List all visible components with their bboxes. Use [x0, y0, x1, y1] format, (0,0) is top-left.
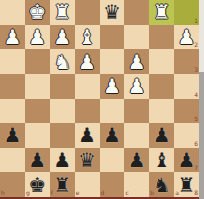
square-d1[interactable]: ♛	[100, 0, 125, 25]
square-g4[interactable]	[25, 74, 50, 99]
square-c4[interactable]: ♟	[124, 74, 149, 99]
square-g3[interactable]	[25, 49, 50, 74]
bottom-border-strip	[0, 197, 204, 199]
square-c6[interactable]	[124, 123, 149, 148]
square-d3[interactable]	[100, 49, 125, 74]
square-b8[interactable]: ♞b	[149, 172, 174, 197]
square-c1[interactable]	[124, 0, 149, 25]
square-b2[interactable]	[149, 25, 174, 50]
square-b3[interactable]	[149, 49, 174, 74]
rank-label-6: 6	[194, 141, 198, 147]
white-rook[interactable]: ♜	[50, 0, 75, 25]
white-pawn[interactable]: ♟	[100, 74, 125, 99]
square-d2[interactable]	[100, 25, 125, 50]
square-h3[interactable]	[0, 49, 25, 74]
white-knight[interactable]: ♞	[50, 49, 75, 74]
black-pawn[interactable]: ♟	[50, 148, 75, 173]
square-c2[interactable]	[124, 25, 149, 50]
black-rook[interactable]: ♜	[50, 172, 75, 197]
square-a3[interactable]: 3	[174, 49, 199, 74]
black-pawn[interactable]: ♟	[174, 148, 199, 173]
square-h5[interactable]	[0, 99, 25, 124]
square-e3[interactable]: ♟	[75, 49, 100, 74]
square-d6[interactable]: ♟	[100, 123, 125, 148]
square-h1[interactable]	[0, 0, 25, 25]
square-a6[interactable]: 6	[174, 123, 199, 148]
file-label-h: h	[1, 190, 5, 196]
square-f5[interactable]	[50, 99, 75, 124]
square-a1[interactable]: 1	[174, 0, 199, 25]
black-rook[interactable]: ♜	[174, 172, 199, 197]
square-f1[interactable]: ♜	[50, 0, 75, 25]
square-b1[interactable]: ♜	[149, 0, 174, 25]
black-queen[interactable]: ♛	[100, 0, 125, 25]
square-c3[interactable]: ♟	[124, 49, 149, 74]
black-pawn[interactable]: ♟	[25, 148, 50, 173]
rank-label-1: 1	[194, 18, 198, 24]
square-h2[interactable]: ♟	[0, 25, 25, 50]
black-pawn[interactable]: ♟	[124, 148, 149, 173]
square-a2[interactable]: ♟2	[174, 25, 199, 50]
square-a8[interactable]: ♜8a	[174, 172, 199, 197]
square-f4[interactable]	[50, 74, 75, 99]
square-f6[interactable]	[50, 123, 75, 148]
square-c7[interactable]: ♟	[124, 148, 149, 173]
black-bishop[interactable]: ♝	[149, 148, 174, 173]
square-b4[interactable]	[149, 74, 174, 99]
square-e2[interactable]: ♝	[75, 25, 100, 50]
square-c8[interactable]: c	[124, 172, 149, 197]
square-f2[interactable]: ♟	[50, 25, 75, 50]
white-pawn[interactable]: ♟	[25, 25, 50, 50]
square-d8[interactable]: d	[100, 172, 125, 197]
square-a5[interactable]: 5	[174, 99, 199, 124]
white-pawn[interactable]: ♟	[50, 25, 75, 50]
square-a4[interactable]: 4	[174, 74, 199, 99]
white-pawn[interactable]: ♟	[174, 25, 199, 50]
square-g7[interactable]: ♟	[25, 148, 50, 173]
board-panel: ♚♜♛♜1♟♟♟♝♟2♞♟♟3♟♟45♟♟♟♟6♟♟♛♟♝♟7h♚g♜fedc♞…	[0, 0, 204, 199]
square-c5[interactable]	[124, 99, 149, 124]
square-e7[interactable]: ♛	[75, 148, 100, 173]
black-knight[interactable]: ♞	[149, 172, 174, 197]
square-h8[interactable]: h	[0, 172, 25, 197]
rank-label-4: 4	[194, 92, 198, 98]
file-label-d: d	[101, 190, 105, 196]
square-d7[interactable]	[100, 148, 125, 173]
square-g1[interactable]: ♚	[25, 0, 50, 25]
black-pawn[interactable]: ♟	[149, 123, 174, 148]
square-h4[interactable]	[0, 74, 25, 99]
rank-label-3: 3	[194, 67, 198, 73]
square-h7[interactable]	[0, 148, 25, 173]
square-e1[interactable]	[75, 0, 100, 25]
scrollbar-thumb[interactable]	[199, 72, 204, 199]
square-e6[interactable]: ♟	[75, 123, 100, 148]
file-label-c: c	[125, 190, 128, 196]
chess-board: ♚♜♛♜1♟♟♟♝♟2♞♟♟3♟♟45♟♟♟♟6♟♟♛♟♝♟7h♚g♜fedc♞…	[0, 0, 199, 197]
black-pawn[interactable]: ♟	[75, 123, 100, 148]
black-king[interactable]: ♚	[25, 172, 50, 197]
square-f8[interactable]: ♜f	[50, 172, 75, 197]
black-pawn[interactable]: ♟	[0, 123, 25, 148]
white-rook[interactable]: ♜	[149, 0, 174, 25]
black-queen[interactable]: ♛	[75, 148, 100, 173]
white-bishop[interactable]: ♝	[75, 25, 100, 50]
square-e4[interactable]	[75, 74, 100, 99]
square-b6[interactable]: ♟	[149, 123, 174, 148]
square-e8[interactable]: e	[75, 172, 100, 197]
square-g5[interactable]	[25, 99, 50, 124]
scrollbar[interactable]	[199, 0, 204, 199]
square-g2[interactable]: ♟	[25, 25, 50, 50]
square-h6[interactable]: ♟	[0, 123, 25, 148]
black-pawn[interactable]: ♟	[100, 123, 125, 148]
white-pawn[interactable]: ♟	[124, 49, 149, 74]
white-pawn[interactable]: ♟	[75, 49, 100, 74]
square-d5[interactable]	[100, 99, 125, 124]
white-king[interactable]: ♚	[25, 0, 50, 25]
square-a7[interactable]: ♟7	[174, 148, 199, 173]
square-e5[interactable]	[75, 99, 100, 124]
square-f3[interactable]: ♞	[50, 49, 75, 74]
white-pawn[interactable]: ♟	[0, 25, 25, 50]
square-d4[interactable]: ♟	[100, 74, 125, 99]
square-g6[interactable]	[25, 123, 50, 148]
square-b5[interactable]	[149, 99, 174, 124]
square-b7[interactable]: ♝	[149, 148, 174, 173]
rank-label-5: 5	[194, 116, 198, 122]
file-label-e: e	[76, 190, 80, 196]
white-pawn[interactable]: ♟	[124, 74, 149, 99]
square-g8[interactable]: ♚g	[25, 172, 50, 197]
square-f7[interactable]: ♟	[50, 148, 75, 173]
